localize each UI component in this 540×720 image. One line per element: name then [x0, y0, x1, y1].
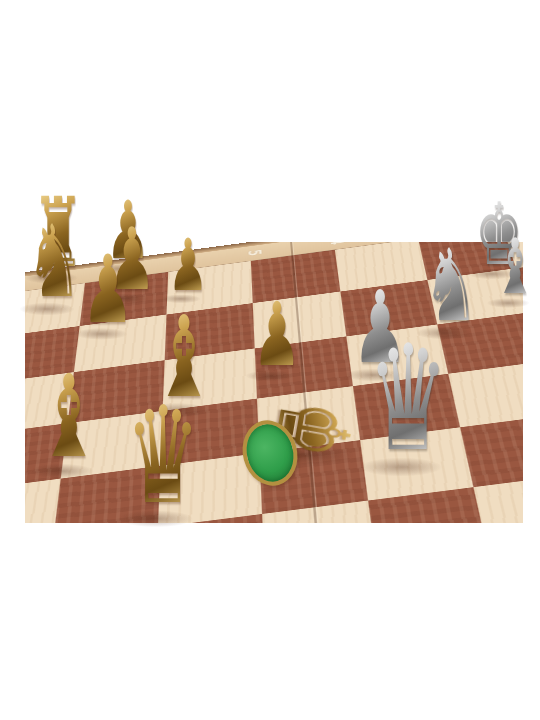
gold-knight-glyph: ♞ — [26, 212, 82, 312]
silver-bishop-glyph: ♝ — [494, 229, 536, 305]
gold-knight[interactable]: ♞ — [26, 212, 82, 312]
rank-label-5: 5 — [244, 249, 264, 257]
gold-queen[interactable]: ♛ — [126, 389, 200, 523]
gold-pawn-glyph: ♟ — [168, 229, 208, 301]
gold-pawn-glyph: ♟ — [253, 291, 302, 379]
product-photo: 5432 ♜♞♟♟♟♟♟♝♝♛♟♞♛♚♝♚ — [0, 0, 540, 720]
gold-pawn-glyph: ♟ — [82, 243, 134, 337]
gold-queen-glyph: ♛ — [126, 389, 200, 523]
gold-pawn-h5[interactable]: ♟ — [168, 229, 208, 301]
silver-bishop[interactable]: ♝ — [494, 229, 536, 305]
gold-pawn-f6[interactable]: ♟ — [82, 243, 134, 337]
silver-queen[interactable]: ♛ — [367, 325, 448, 471]
rank-label-4: 4 — [327, 242, 348, 246]
gold-bishop-glyph: ♝ — [37, 360, 100, 474]
square-e2[interactable] — [448, 361, 523, 427]
silver-queen-glyph: ♛ — [367, 325, 448, 471]
gold-bishop-d6[interactable]: ♝ — [37, 360, 100, 474]
gold-pawn-f4[interactable]: ♟ — [253, 291, 302, 379]
